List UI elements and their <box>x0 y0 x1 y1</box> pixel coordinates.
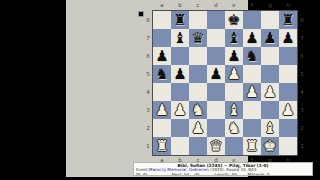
square-e8[interactable]: ♚ <box>225 11 243 29</box>
piece-black-knight: ♞ <box>155 65 168 83</box>
file-label-g: g <box>261 2 279 9</box>
square-c6[interactable] <box>189 47 207 65</box>
piece-white-pawn: ♟ <box>263 83 276 101</box>
chess-gui-panel: abcdefgh abcdefgh 87654321 87654321 ♜♚♜♝… <box>66 0 248 177</box>
square-b2[interactable] <box>171 119 189 137</box>
file-label-a: a <box>153 2 171 9</box>
video-frame: abcdefgh abcdefgh 87654321 87654321 ♜♚♜♝… <box>0 0 320 180</box>
rank-label-5: 5 <box>299 65 305 83</box>
rank-label-3: 3 <box>145 101 151 119</box>
side-to-move-indicator <box>138 11 144 17</box>
piece-black-pawn: ♟ <box>173 65 186 83</box>
piece-white-rook: ♜ <box>155 137 168 155</box>
square-f5[interactable] <box>243 65 261 83</box>
square-a1[interactable]: ♜ <box>153 137 171 155</box>
rank-label-7: 7 <box>299 29 305 47</box>
piece-black-rook: ♜ <box>281 11 294 29</box>
square-g8[interactable] <box>261 11 279 29</box>
square-a5[interactable]: ♞ <box>153 65 171 83</box>
square-g1[interactable]: ♚ <box>261 137 279 155</box>
square-b4[interactable] <box>171 83 189 101</box>
rank-label-2: 2 <box>299 119 305 137</box>
piece-white-king: ♚ <box>263 137 276 155</box>
rank-label-1: 1 <box>299 137 305 155</box>
piece-white-pawn: ♟ <box>191 119 204 137</box>
piece-white-bishop: ♝ <box>263 119 276 137</box>
piece-white-knight: ♞ <box>227 119 240 137</box>
square-c3[interactable]: ♞ <box>189 101 207 119</box>
file-label-d: d <box>207 2 225 9</box>
square-c2[interactable]: ♟ <box>189 119 207 137</box>
square-b3[interactable]: ♟ <box>171 101 189 119</box>
square-h3[interactable]: ♟ <box>279 101 297 119</box>
square-b1[interactable] <box>171 137 189 155</box>
stat-material: Material: 0 <box>248 173 270 177</box>
piece-black-king: ♚ <box>227 11 240 29</box>
piece-black-bishop: ♝ <box>173 29 186 47</box>
file-label-e: e <box>225 2 243 9</box>
square-a3[interactable]: ♟ <box>153 101 171 119</box>
stat-length: Length: 40 <box>215 173 237 177</box>
piece-white-rook: ♜ <box>245 137 258 155</box>
piece-black-pawn: ♟ <box>245 29 258 47</box>
square-d2[interactable] <box>207 119 225 137</box>
square-g4[interactable]: ♟ <box>261 83 279 101</box>
piece-white-pawn: ♟ <box>281 101 294 119</box>
square-e6[interactable]: ♟ <box>225 47 243 65</box>
square-d6[interactable] <box>207 47 225 65</box>
square-e1[interactable] <box>225 137 243 155</box>
square-a4[interactable] <box>153 83 171 101</box>
square-e5[interactable]: ♟ <box>225 65 243 83</box>
square-f1[interactable]: ♜ <box>243 137 261 155</box>
file-label-f: f <box>243 2 261 9</box>
piece-white-queen: ♛ <box>209 137 222 155</box>
file-label-b: b <box>171 2 189 9</box>
square-f7[interactable]: ♟ <box>243 29 261 47</box>
square-h1[interactable] <box>279 137 297 155</box>
square-h6[interactable] <box>279 47 297 65</box>
piece-black-pawn: ♟ <box>155 47 168 65</box>
square-f2[interactable] <box>243 119 261 137</box>
square-a8[interactable] <box>153 11 171 29</box>
piece-black-pawn: ♟ <box>227 47 240 65</box>
rank-label-8: 8 <box>145 11 151 29</box>
square-e7[interactable]: ♝ <box>225 29 243 47</box>
square-a2[interactable] <box>153 119 171 137</box>
file-labels-top: abcdefgh <box>153 2 297 9</box>
piece-black-knight: ♞ <box>245 47 258 65</box>
square-d7[interactable] <box>207 29 225 47</box>
square-b7[interactable]: ♝ <box>171 29 189 47</box>
square-d3[interactable] <box>207 101 225 119</box>
square-d8[interactable] <box>207 11 225 29</box>
square-c7[interactable]: ♛ <box>189 29 207 47</box>
piece-white-knight: ♞ <box>191 101 204 119</box>
square-d1[interactable]: ♛ <box>207 137 225 155</box>
square-e2[interactable]: ♞ <box>225 119 243 137</box>
rank-label-2: 2 <box>145 119 151 137</box>
square-c8[interactable] <box>189 11 207 29</box>
square-f6[interactable]: ♞ <box>243 47 261 65</box>
square-h7[interactable]: ♟ <box>279 29 297 47</box>
square-b5[interactable]: ♟ <box>171 65 189 83</box>
square-g5[interactable] <box>261 65 279 83</box>
square-h4[interactable] <box>279 83 297 101</box>
square-h5[interactable] <box>279 65 297 83</box>
square-f8[interactable] <box>243 11 261 29</box>
file-label-c: c <box>189 2 207 9</box>
rank-label-4: 4 <box>299 83 305 101</box>
square-d5[interactable]: ♟ <box>207 65 225 83</box>
piece-black-rook: ♜ <box>173 11 186 29</box>
rank-label-1: 1 <box>145 137 151 155</box>
piece-black-pawn: ♟ <box>209 65 222 83</box>
square-g6[interactable] <box>261 47 279 65</box>
square-h2[interactable] <box>279 119 297 137</box>
rank-label-6: 6 <box>299 47 305 65</box>
rank-label-6: 6 <box>145 47 151 65</box>
square-c1[interactable] <box>189 137 207 155</box>
square-e4[interactable] <box>225 83 243 101</box>
letterbox-left <box>0 0 66 180</box>
square-f3[interactable] <box>243 101 261 119</box>
rank-labels-right: 87654321 <box>299 11 305 155</box>
rank-labels-left: 87654321 <box>145 11 151 155</box>
rank-label-5: 5 <box>145 65 151 83</box>
piece-white-pawn: ♟ <box>155 101 168 119</box>
square-a6[interactable]: ♟ <box>153 47 171 65</box>
square-c5[interactable] <box>189 65 207 83</box>
rank-label-3: 3 <box>299 101 305 119</box>
square-g7[interactable]: ♟ <box>261 29 279 47</box>
rank-label-8: 8 <box>299 11 305 29</box>
piece-white-pawn: ♟ <box>173 101 186 119</box>
square-b6[interactable] <box>171 47 189 65</box>
square-e3[interactable]: ♝ <box>225 101 243 119</box>
square-h8[interactable]: ♜ <box>279 11 297 29</box>
piece-black-queen: ♛ <box>191 29 204 47</box>
square-g2[interactable]: ♝ <box>261 119 279 137</box>
stats-line: W: 45 Next: 54 ...d5 Length: 40 Material… <box>136 173 310 177</box>
stat-white-moves: W: 45 <box>136 173 148 177</box>
square-f4[interactable]: ♟ <box>243 83 261 101</box>
square-a7[interactable] <box>153 29 171 47</box>
rank-label-4: 4 <box>145 83 151 101</box>
piece-white-pawn: ♟ <box>245 83 258 101</box>
square-g3[interactable] <box>261 101 279 119</box>
square-b8[interactable]: ♜ <box>171 11 189 29</box>
file-label-h: h <box>279 2 297 9</box>
stat-next-move: Next: 54 ...d5 <box>172 173 200 177</box>
square-c4[interactable] <box>189 83 207 101</box>
rank-label-7: 7 <box>145 29 151 47</box>
piece-white-pawn: ♟ <box>227 65 240 83</box>
square-d4[interactable] <box>207 83 225 101</box>
piece-white-bishop: ♝ <box>227 101 240 119</box>
chess-board: ♜♚♜♝♛♝♟♟♟♟♟♞♞♟♟♟♟♟♟♟♞♝♟♟♞♝♜♛♜♚ <box>152 10 298 156</box>
piece-black-pawn: ♟ <box>263 29 276 47</box>
game-info-panel: Bibl, Sofian (2245) -- Pilaj, Tibor (1-0… <box>133 162 313 176</box>
piece-black-pawn: ♟ <box>281 29 294 47</box>
piece-black-bishop: ♝ <box>227 29 240 47</box>
